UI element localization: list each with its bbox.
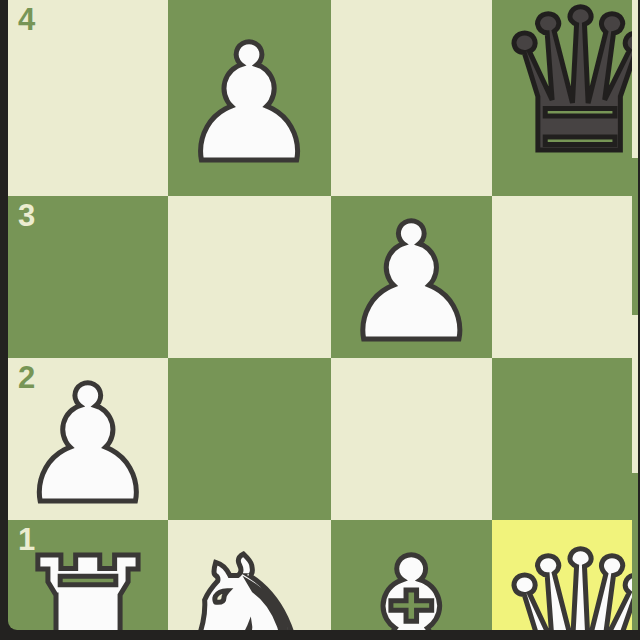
square-d2[interactable] [492,358,632,520]
sliver-square-e4 [632,0,638,158]
square-b2[interactable] [168,358,331,520]
rank-label-4: 4 [18,4,35,35]
square-d1[interactable]: d♛ [492,520,632,630]
square-b3[interactable] [168,196,331,358]
piece-white-pawn[interactable]: ♟ [177,23,322,185]
square-c1[interactable]: c♝ [331,520,492,630]
square-a4[interactable]: 4 [8,0,168,196]
board-edge-file-sliver [632,0,638,630]
piece-white-bishop[interactable]: ♝ [331,534,492,630]
piece-white-pawn[interactable]: ♟ [15,364,160,526]
piece-white-knight[interactable]: ♞ [168,533,331,630]
square-b4[interactable]: ♟ [168,0,331,196]
square-c3[interactable]: ♟ [331,196,492,358]
square-c2[interactable] [331,358,492,520]
square-d4[interactable]: ♛ [492,0,632,196]
piece-white-pawn[interactable]: ♟ [339,202,484,364]
piece-white-rook[interactable]: ♜ [8,535,168,630]
square-b1[interactable]: b♞ [168,520,331,630]
square-d3[interactable] [492,196,632,358]
rank-label-3: 3 [18,200,35,231]
sliver-square-e1 [632,473,638,631]
chess-board: 4♟♛3♟2♟1a♜b♞c♝d♛ [8,0,632,630]
piece-black-queen[interactable]: ♛ [492,0,632,180]
square-c4[interactable] [331,0,492,196]
sliver-square-e2 [632,315,638,473]
square-a2[interactable]: 2♟ [8,358,168,520]
square-a1[interactable]: 1a♜ [8,520,168,630]
piece-white-queen[interactable]: ♛ [492,526,632,630]
sliver-square-e3 [632,158,638,316]
chess-app-viewport: 4♟♛3♟2♟1a♜b♞c♝d♛ [0,0,640,640]
square-a3[interactable]: 3 [8,196,168,358]
